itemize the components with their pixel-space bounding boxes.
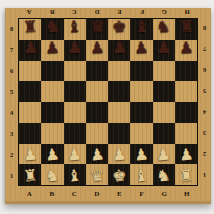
square-c2[interactable]: ♟	[64, 144, 86, 165]
square-d6[interactable]	[86, 61, 108, 82]
rank-label-left-3: 5	[5, 81, 18, 102]
square-g3[interactable]	[153, 123, 175, 144]
square-d2[interactable]: ♟	[86, 144, 108, 165]
square-h6[interactable]	[175, 61, 197, 82]
piece-white-pawn-a2[interactable]: ♟	[22, 146, 38, 163]
square-h1[interactable]: ♜	[175, 164, 197, 185]
piece-black-knight-g8[interactable]: ♞	[156, 19, 171, 36]
square-e3[interactable]	[108, 123, 130, 144]
piece-black-pawn-h7[interactable]: ♟	[178, 40, 193, 57]
square-a4[interactable]	[19, 102, 41, 123]
piece-black-pawn-b7[interactable]: ♟	[45, 40, 60, 57]
square-g1[interactable]: ♞	[153, 164, 175, 185]
square-h8[interactable]: ♜	[175, 19, 197, 40]
rank-label-right-6: 2	[198, 144, 211, 165]
square-a3[interactable]	[19, 123, 41, 144]
piece-black-pawn-d7[interactable]: ♟	[89, 40, 104, 57]
square-d7[interactable]: ♟	[86, 40, 108, 61]
square-f4[interactable]	[130, 102, 152, 123]
piece-black-pawn-f7[interactable]: ♟	[134, 40, 149, 57]
square-d1[interactable]: ♛	[86, 164, 108, 185]
file-label-bottom-1: B	[41, 186, 64, 201]
square-c1[interactable]: ♝	[64, 164, 86, 185]
rank-labels-left: 87654321	[5, 18, 18, 186]
square-a2[interactable]: ♟	[19, 144, 41, 165]
piece-white-pawn-g2[interactable]: ♟	[156, 146, 172, 163]
square-g5[interactable]	[153, 81, 175, 102]
square-f8[interactable]: ♝	[130, 19, 152, 40]
piece-white-bishop-f1[interactable]: ♝	[134, 167, 150, 184]
piece-white-rook-h1[interactable]: ♜	[178, 167, 194, 184]
square-g6[interactable]	[153, 61, 175, 82]
file-labels-bottom: ABCDEFGH	[18, 186, 198, 201]
square-d3[interactable]	[86, 123, 108, 144]
square-a5[interactable]	[19, 81, 41, 102]
square-f7[interactable]: ♟	[130, 40, 152, 61]
file-label-bottom-3: D	[86, 186, 109, 201]
file-label-bottom-5: F	[131, 186, 154, 201]
chess-board: ABCDEFGH 87654321 87654321 ABCDEFGH ♜♞♝♛…	[5, 8, 211, 204]
square-g4[interactable]	[153, 102, 175, 123]
square-a8[interactable]: ♜	[19, 19, 41, 40]
rank-label-right-4: 4	[198, 102, 211, 123]
square-a7[interactable]: ♟	[19, 40, 41, 61]
square-e2[interactable]: ♟	[108, 144, 130, 165]
square-c7[interactable]: ♟	[64, 40, 86, 61]
photo-background: ABCDEFGH 87654321 87654321 ABCDEFGH ♜♞♝♛…	[0, 0, 214, 214]
square-b7[interactable]: ♟	[41, 40, 63, 61]
square-c8[interactable]: ♝	[64, 19, 86, 40]
square-e1[interactable]: ♚	[108, 164, 130, 185]
piece-black-pawn-g7[interactable]: ♟	[156, 40, 171, 57]
square-a1[interactable]: ♜	[19, 164, 41, 185]
piece-white-bishop-c1[interactable]: ♝	[67, 167, 83, 184]
rank-label-right-5: 3	[198, 123, 211, 144]
square-b3[interactable]	[41, 123, 63, 144]
square-e8[interactable]: ♚	[108, 19, 130, 40]
square-c3[interactable]	[64, 123, 86, 144]
square-a6[interactable]	[19, 61, 41, 82]
square-f5[interactable]	[130, 81, 152, 102]
square-b4[interactable]	[41, 102, 63, 123]
square-g2[interactable]: ♟	[153, 144, 175, 165]
square-e7[interactable]: ♟	[108, 40, 130, 61]
square-e6[interactable]	[108, 61, 130, 82]
piece-white-pawn-f2[interactable]: ♟	[134, 146, 150, 163]
square-e5[interactable]	[108, 81, 130, 102]
square-h7[interactable]: ♟	[175, 40, 197, 61]
square-b2[interactable]: ♟	[41, 144, 63, 165]
square-f1[interactable]: ♝	[130, 164, 152, 185]
square-c6[interactable]	[64, 61, 86, 82]
rank-label-left-6: 2	[5, 144, 18, 165]
piece-black-king-e8[interactable]: ♚	[111, 19, 126, 36]
rank-label-left-4: 4	[5, 102, 18, 123]
piece-black-knight-b8[interactable]: ♞	[45, 19, 60, 36]
piece-white-pawn-c2[interactable]: ♟	[67, 146, 83, 163]
rank-label-left-0: 8	[5, 18, 18, 39]
rank-label-left-2: 6	[5, 60, 18, 81]
piece-black-pawn-c7[interactable]: ♟	[67, 40, 82, 57]
file-label-bottom-0: A	[18, 186, 41, 201]
square-g7[interactable]: ♟	[153, 40, 175, 61]
file-label-bottom-4: E	[108, 186, 131, 201]
square-b6[interactable]	[41, 61, 63, 82]
piece-black-rook-a8[interactable]: ♜	[22, 19, 37, 36]
rank-label-left-1: 7	[5, 39, 18, 60]
piece-white-pawn-b2[interactable]: ♟	[45, 146, 61, 163]
piece-white-king-e1[interactable]: ♚	[111, 167, 127, 184]
piece-black-pawn-a7[interactable]: ♟	[22, 40, 37, 57]
rank-label-right-0: 8	[198, 18, 211, 39]
piece-white-knight-g1[interactable]: ♞	[156, 167, 172, 184]
piece-white-pawn-h2[interactable]: ♟	[178, 146, 194, 163]
square-c4[interactable]	[64, 102, 86, 123]
piece-white-pawn-e2[interactable]: ♟	[111, 146, 127, 163]
file-label-bottom-6: G	[153, 186, 176, 201]
square-h4[interactable]	[175, 102, 197, 123]
rank-labels-right: 87654321	[198, 18, 211, 186]
square-b5[interactable]	[41, 81, 63, 102]
file-label-bottom-7: H	[176, 186, 199, 201]
square-e4[interactable]	[108, 102, 130, 123]
square-d4[interactable]	[86, 102, 108, 123]
file-label-bottom-2: C	[63, 186, 86, 201]
square-c5[interactable]	[64, 81, 86, 102]
rank-label-right-1: 7	[198, 39, 211, 60]
square-f2[interactable]: ♟	[130, 144, 152, 165]
piece-white-pawn-d2[interactable]: ♟	[89, 146, 105, 163]
piece-black-bishop-c8[interactable]: ♝	[67, 19, 82, 36]
rank-label-right-7: 1	[198, 165, 211, 186]
rank-label-left-7: 1	[5, 165, 18, 186]
piece-black-bishop-f8[interactable]: ♝	[134, 19, 149, 36]
square-d5[interactable]	[86, 81, 108, 102]
square-b1[interactable]: ♞	[41, 164, 63, 185]
square-h2[interactable]: ♟	[175, 144, 197, 165]
piece-black-pawn-e7[interactable]: ♟	[111, 40, 126, 57]
square-f3[interactable]	[130, 123, 152, 144]
piece-white-rook-a1[interactable]: ♜	[22, 167, 38, 184]
square-f6[interactable]	[130, 61, 152, 82]
rank-label-left-5: 3	[5, 123, 18, 144]
square-h3[interactable]	[175, 123, 197, 144]
rank-label-right-3: 5	[198, 81, 211, 102]
piece-white-queen-d1[interactable]: ♛	[89, 167, 105, 184]
playing-area: ♜♞♝♛♚♝♞♜♟♟♟♟♟♟♟♟♟♟♟♟♟♟♟♟♜♞♝♛♚♝♞♜	[18, 18, 198, 186]
piece-white-knight-b1[interactable]: ♞	[45, 167, 61, 184]
square-h5[interactable]	[175, 81, 197, 102]
rank-label-right-2: 6	[198, 60, 211, 81]
square-g8[interactable]: ♞	[153, 19, 175, 40]
square-b8[interactable]: ♞	[41, 19, 63, 40]
piece-black-queen-d8[interactable]: ♛	[89, 19, 104, 36]
square-d8[interactable]: ♛	[86, 19, 108, 40]
piece-black-rook-h8[interactable]: ♜	[178, 19, 193, 36]
